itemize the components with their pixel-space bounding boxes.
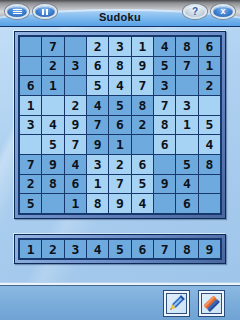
pencil-icon [167, 294, 186, 313]
cell-r3c4[interactable]: 5 [87, 76, 108, 95]
cell-r8c8[interactable]: 4 [176, 175, 197, 194]
cell-r3c3[interactable] [65, 76, 86, 95]
number-key-6[interactable]: 6 [132, 240, 153, 258]
cell-r3c2[interactable]: 1 [42, 76, 63, 95]
cell-r6c9[interactable]: 4 [199, 135, 220, 154]
cell-r9c1[interactable]: 5 [20, 194, 41, 213]
cell-r9c8[interactable]: 6 [176, 194, 197, 213]
cell-r1c6[interactable]: 1 [132, 37, 153, 56]
cell-r2c5[interactable]: 8 [109, 57, 130, 76]
number-key-4[interactable]: 4 [87, 240, 108, 258]
cell-r6c2[interactable]: 5 [42, 135, 63, 154]
cell-r8c2[interactable]: 8 [42, 175, 63, 194]
cell-r4c4[interactable]: 4 [87, 96, 108, 115]
cell-r2c7[interactable]: 5 [154, 57, 175, 76]
question-icon: ? [192, 7, 198, 17]
cell-r5c4[interactable]: 7 [87, 116, 108, 135]
cell-r7c6[interactable]: 6 [132, 155, 153, 174]
cell-r6c6[interactable] [132, 135, 153, 154]
cell-r7c3[interactable]: 4 [65, 155, 86, 174]
cell-r2c4[interactable]: 6 [87, 57, 108, 76]
cell-r4c1[interactable]: 1 [20, 96, 41, 115]
cell-r6c3[interactable]: 7 [65, 135, 86, 154]
cell-r7c9[interactable]: 8 [199, 155, 220, 174]
cell-r6c1[interactable] [20, 135, 41, 154]
cell-r5c2[interactable]: 4 [42, 116, 63, 135]
number-bar: 123456789 [20, 240, 220, 258]
cell-r7c7[interactable] [154, 155, 175, 174]
cell-r1c5[interactable]: 3 [109, 37, 130, 56]
cell-r7c1[interactable]: 7 [20, 155, 41, 174]
cell-r4c6[interactable]: 8 [132, 96, 153, 115]
number-key-8[interactable]: 8 [176, 240, 197, 258]
cell-r2c6[interactable]: 9 [132, 57, 153, 76]
cell-r2c9[interactable]: 1 [199, 57, 220, 76]
cell-r3c1[interactable]: 6 [20, 76, 41, 95]
title-bar: Sudoku ? x [0, 0, 240, 27]
cell-r5c1[interactable]: 3 [20, 116, 41, 135]
cell-r7c2[interactable]: 9 [42, 155, 63, 174]
cell-r5c7[interactable]: 8 [154, 116, 175, 135]
cell-r5c6[interactable]: 2 [132, 116, 153, 135]
number-key-1[interactable]: 1 [20, 240, 41, 258]
cell-r2c2[interactable]: 2 [42, 57, 63, 76]
eraser-button[interactable] [198, 290, 225, 317]
menu-button[interactable] [5, 4, 29, 19]
cell-r5c3[interactable]: 9 [65, 116, 86, 135]
cell-r4c2[interactable] [42, 96, 63, 115]
number-key-2[interactable]: 2 [42, 240, 63, 258]
cell-r3c9[interactable]: 2 [199, 76, 220, 95]
close-icon: x [220, 7, 225, 16]
cell-r6c5[interactable]: 1 [109, 135, 130, 154]
cell-r3c7[interactable]: 3 [154, 76, 175, 95]
cell-r9c6[interactable]: 4 [132, 194, 153, 213]
cell-r7c8[interactable]: 5 [176, 155, 197, 174]
cell-r1c1[interactable] [20, 37, 41, 56]
number-key-5[interactable]: 5 [109, 240, 130, 258]
board-frame: 7231486236895716154732124587334976281557… [14, 31, 226, 219]
cell-r8c7[interactable]: 9 [154, 175, 175, 194]
cell-r2c8[interactable]: 7 [176, 57, 197, 76]
cell-r3c6[interactable]: 7 [132, 76, 153, 95]
cell-r3c5[interactable]: 4 [109, 76, 130, 95]
cell-r5c5[interactable]: 6 [109, 116, 130, 135]
cell-r8c9[interactable] [199, 175, 220, 194]
cell-r1c8[interactable]: 8 [176, 37, 197, 56]
sudoku-board: 7231486236895716154732124587334976281557… [20, 37, 220, 213]
cell-r3c8[interactable] [176, 76, 197, 95]
cell-r4c3[interactable]: 2 [65, 96, 86, 115]
cell-r6c7[interactable]: 6 [154, 135, 175, 154]
cell-r8c6[interactable]: 5 [132, 175, 153, 194]
hamburger-icon [13, 9, 22, 14]
cell-r8c5[interactable]: 7 [109, 175, 130, 194]
pause-button[interactable] [33, 4, 57, 19]
cell-r1c3[interactable] [65, 37, 86, 56]
cell-r9c2[interactable] [42, 194, 63, 213]
cell-r2c1[interactable] [20, 57, 41, 76]
cell-r8c4[interactable]: 1 [87, 175, 108, 194]
cell-r4c8[interactable]: 3 [176, 96, 197, 115]
cell-r5c9[interactable]: 5 [199, 116, 220, 135]
eraser-icon [202, 294, 221, 313]
number-key-3[interactable]: 3 [65, 240, 86, 258]
cell-r9c3[interactable]: 1 [65, 194, 86, 213]
cell-r8c3[interactable]: 6 [65, 175, 86, 194]
cell-r9c9[interactable] [199, 194, 220, 213]
bottom-toolbar [0, 285, 240, 320]
cell-r1c4[interactable]: 2 [87, 37, 108, 56]
number-key-7[interactable]: 7 [154, 240, 175, 258]
cell-r6c4[interactable]: 9 [87, 135, 108, 154]
cell-r1c9[interactable]: 6 [199, 37, 220, 56]
cell-r4c9[interactable] [199, 96, 220, 115]
cell-r9c7[interactable] [154, 194, 175, 213]
cell-r8c1[interactable]: 2 [20, 175, 41, 194]
cell-r7c4[interactable]: 3 [87, 155, 108, 174]
cell-r9c5[interactable]: 9 [109, 194, 130, 213]
cell-r4c5[interactable]: 5 [109, 96, 130, 115]
number-bar-frame: 123456789 [14, 234, 226, 264]
cell-r6c8[interactable] [176, 135, 197, 154]
cell-r2c3[interactable]: 3 [65, 57, 86, 76]
cell-r1c7[interactable]: 4 [154, 37, 175, 56]
cell-r1c2[interactable]: 7 [42, 37, 63, 56]
pause-icon [42, 9, 48, 15]
cell-r7c5[interactable]: 2 [109, 155, 130, 174]
sudoku-app-window: Sudoku ? x 72314862368957161547321245873… [0, 0, 240, 320]
close-button[interactable]: x [211, 4, 235, 19]
cell-r4c7[interactable]: 7 [154, 96, 175, 115]
help-button[interactable]: ? [183, 4, 207, 19]
pencil-button[interactable] [163, 290, 190, 317]
number-key-9[interactable]: 9 [199, 240, 220, 258]
cell-r9c4[interactable]: 8 [87, 194, 108, 213]
cell-r5c8[interactable]: 1 [176, 116, 197, 135]
content-area: 7231486236895716154732124587334976281557… [0, 26, 240, 286]
